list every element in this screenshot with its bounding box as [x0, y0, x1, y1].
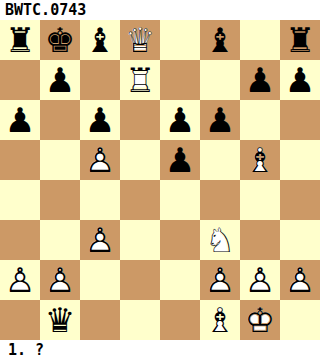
square-b4[interactable]	[40, 180, 80, 220]
square-b6[interactable]	[40, 100, 80, 140]
white-king-icon: ♔	[240, 300, 280, 340]
square-c4[interactable]	[80, 180, 120, 220]
square-g6[interactable]	[240, 100, 280, 140]
square-d8[interactable]: ♛♕	[120, 20, 160, 60]
piece-white-pawn[interactable]: ♟♙	[240, 260, 280, 300]
header-bar: BWTC.0743	[0, 0, 320, 20]
square-e5[interactable]: ♟	[160, 140, 200, 180]
piece-white-pawn[interactable]: ♟♙	[0, 260, 40, 300]
piece-white-king[interactable]: ♚♔	[240, 300, 280, 340]
square-e1[interactable]	[160, 300, 200, 340]
square-g8[interactable]	[240, 20, 280, 60]
black-pawn-icon: ♟	[80, 100, 120, 140]
square-h4[interactable]	[280, 180, 320, 220]
square-f2[interactable]: ♟♙	[200, 260, 240, 300]
white-rook-icon: ♖	[120, 60, 160, 100]
square-f3[interactable]: ♞♘	[200, 220, 240, 260]
piece-white-knight[interactable]: ♞♘	[200, 220, 240, 260]
square-b8[interactable]: ♚	[40, 20, 80, 60]
square-g1[interactable]: ♚♔	[240, 300, 280, 340]
black-rook-icon: ♜	[0, 20, 40, 60]
square-f7[interactable]	[200, 60, 240, 100]
square-h1[interactable]	[280, 300, 320, 340]
square-c7[interactable]	[80, 60, 120, 100]
puzzle-id: BWTC.0743	[0, 0, 320, 20]
square-g3[interactable]	[240, 220, 280, 260]
piece-black-pawn[interactable]: ♟	[160, 140, 200, 180]
square-c8[interactable]: ♝	[80, 20, 120, 60]
square-h7[interactable]: ♟	[280, 60, 320, 100]
square-b5[interactable]	[40, 140, 80, 180]
piece-black-pawn[interactable]: ♟	[40, 60, 80, 100]
piece-black-rook[interactable]: ♜	[0, 20, 40, 60]
black-bishop-icon: ♝	[200, 20, 240, 60]
white-bishop-icon: ♗	[200, 300, 240, 340]
white-pawn-icon: ♙	[80, 140, 120, 180]
piece-white-rook[interactable]: ♜♖	[120, 60, 160, 100]
square-h3[interactable]	[280, 220, 320, 260]
piece-white-pawn[interactable]: ♟♙	[80, 220, 120, 260]
black-pawn-icon: ♟	[280, 60, 320, 100]
white-pawn-icon: ♙	[200, 260, 240, 300]
square-e3[interactable]	[160, 220, 200, 260]
piece-black-bishop[interactable]: ♝	[80, 20, 120, 60]
white-pawn-icon: ♙	[80, 220, 120, 260]
square-c6[interactable]: ♟	[80, 100, 120, 140]
black-rook-icon: ♜	[280, 20, 320, 60]
white-queen-icon: ♕	[120, 20, 160, 60]
square-b3[interactable]	[40, 220, 80, 260]
piece-black-rook[interactable]: ♜	[280, 20, 320, 60]
square-g2[interactable]: ♟♙	[240, 260, 280, 300]
square-a4[interactable]	[0, 180, 40, 220]
black-pawn-icon: ♟	[40, 60, 80, 100]
piece-white-pawn[interactable]: ♟♙	[40, 260, 80, 300]
piece-black-bishop[interactable]: ♝	[200, 20, 240, 60]
move-prompt: 1. ?	[0, 340, 320, 360]
square-e2[interactable]	[160, 260, 200, 300]
piece-white-pawn[interactable]: ♟♙	[200, 260, 240, 300]
square-c1[interactable]	[80, 300, 120, 340]
white-bishop-icon: ♗	[240, 140, 280, 180]
white-knight-icon: ♘	[200, 220, 240, 260]
square-f5[interactable]	[200, 140, 240, 180]
black-pawn-icon: ♟	[240, 60, 280, 100]
square-f4[interactable]	[200, 180, 240, 220]
piece-black-pawn[interactable]: ♟	[240, 60, 280, 100]
square-h8[interactable]: ♜	[280, 20, 320, 60]
square-d3[interactable]	[120, 220, 160, 260]
piece-black-pawn[interactable]: ♟	[0, 100, 40, 140]
black-pawn-icon: ♟	[160, 140, 200, 180]
square-g4[interactable]	[240, 180, 280, 220]
square-e8[interactable]	[160, 20, 200, 60]
square-e7[interactable]	[160, 60, 200, 100]
black-king-icon: ♚	[40, 20, 80, 60]
square-h5[interactable]	[280, 140, 320, 180]
square-h2[interactable]: ♟♙	[280, 260, 320, 300]
square-g5[interactable]: ♝♗	[240, 140, 280, 180]
piece-white-pawn[interactable]: ♟♙	[80, 140, 120, 180]
square-e6[interactable]: ♟	[160, 100, 200, 140]
square-d5[interactable]	[120, 140, 160, 180]
square-a2[interactable]: ♟♙	[0, 260, 40, 300]
footer-bar: 1. ?	[0, 340, 320, 360]
piece-black-pawn[interactable]: ♟	[280, 60, 320, 100]
square-b1[interactable]: ♛	[40, 300, 80, 340]
square-h6[interactable]	[280, 100, 320, 140]
piece-white-pawn[interactable]: ♟♙	[280, 260, 320, 300]
piece-black-queen[interactable]: ♛	[40, 300, 80, 340]
square-f8[interactable]: ♝	[200, 20, 240, 60]
black-pawn-icon: ♟	[160, 100, 200, 140]
square-c3[interactable]: ♟♙	[80, 220, 120, 260]
square-d7[interactable]: ♜♖	[120, 60, 160, 100]
square-d6[interactable]	[120, 100, 160, 140]
black-pawn-icon: ♟	[0, 100, 40, 140]
square-b2[interactable]: ♟♙	[40, 260, 80, 300]
square-d2[interactable]	[120, 260, 160, 300]
white-pawn-icon: ♙	[40, 260, 80, 300]
black-pawn-icon: ♟	[200, 100, 240, 140]
piece-white-bishop[interactable]: ♝♗	[240, 140, 280, 180]
square-a7[interactable]	[0, 60, 40, 100]
piece-white-bishop[interactable]: ♝♗	[200, 300, 240, 340]
black-bishop-icon: ♝	[80, 20, 120, 60]
piece-black-pawn[interactable]: ♟	[200, 100, 240, 140]
white-pawn-icon: ♙	[280, 260, 320, 300]
piece-black-pawn[interactable]: ♟	[160, 100, 200, 140]
square-a5[interactable]	[0, 140, 40, 180]
square-b7[interactable]: ♟	[40, 60, 80, 100]
square-a6[interactable]: ♟	[0, 100, 40, 140]
square-f6[interactable]: ♟	[200, 100, 240, 140]
piece-black-king[interactable]: ♚	[40, 20, 80, 60]
white-pawn-icon: ♙	[0, 260, 40, 300]
piece-white-queen[interactable]: ♛♕	[120, 20, 160, 60]
black-queen-icon: ♛	[40, 300, 80, 340]
square-a1[interactable]	[0, 300, 40, 340]
square-e4[interactable]	[160, 180, 200, 220]
square-f1[interactable]: ♝♗	[200, 300, 240, 340]
square-c2[interactable]	[80, 260, 120, 300]
square-a3[interactable]	[0, 220, 40, 260]
square-a8[interactable]: ♜	[0, 20, 40, 60]
square-d4[interactable]	[120, 180, 160, 220]
piece-black-pawn[interactable]: ♟	[80, 100, 120, 140]
chess-board: ♜♚♝♛♕♝♜♟♜♖♟♟♟♟♟♟♟♙♟♝♗♟♙♞♘♟♙♟♙♟♙♟♙♟♙♛♝♗♚♔	[0, 20, 320, 340]
square-d1[interactable]	[120, 300, 160, 340]
white-pawn-icon: ♙	[240, 260, 280, 300]
square-c5[interactable]: ♟♙	[80, 140, 120, 180]
square-g7[interactable]: ♟	[240, 60, 280, 100]
